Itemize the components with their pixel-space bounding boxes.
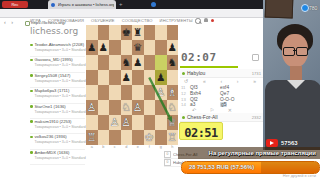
- subscriber-count: 57563: [281, 140, 298, 146]
- move-white[interactable]: Qf3: [190, 85, 220, 90]
- piece-white-r-a1: ♖: [86, 130, 98, 145]
- square-c2[interactable]: ♙: [109, 115, 121, 130]
- youtube-play-icon: [266, 139, 278, 147]
- square-b2[interactable]: [98, 115, 110, 130]
- lobby-seek-list: Teodor-Abramovich (2208)Товарищеская • 3…: [30, 42, 85, 165]
- move-nav-button-0[interactable]: ↺: [184, 78, 188, 84]
- glasses-right-lens: [296, 47, 308, 56]
- square-c6[interactable]: [109, 55, 121, 70]
- coord-h: h: [167, 145, 179, 149]
- move-row: 11Qf3exf4: [181, 85, 261, 91]
- seek-dot: [30, 151, 33, 154]
- move-black[interactable]: exf4: [220, 85, 250, 90]
- piece-black-q-e7: ♛: [132, 40, 144, 55]
- move-nav-button-1[interactable]: «: [203, 78, 206, 84]
- square-b4[interactable]: [98, 85, 110, 100]
- square-h3[interactable]: ♘: [167, 100, 179, 115]
- player-bottom-name[interactable]: Chess-For-All: [187, 114, 218, 120]
- piece-black-p-g5: ♟: [155, 70, 167, 85]
- square-a8[interactable]: [86, 25, 98, 40]
- square-a2[interactable]: [86, 115, 98, 130]
- donation-unfilled: [261, 162, 319, 173]
- seek-item[interactable]: Gavoora_MD (1995)Товарищеская • 3+0 • St…: [30, 57, 85, 72]
- piece-black-k-d8: ♚: [121, 25, 133, 40]
- coord-d: d: [121, 145, 133, 149]
- square-g4[interactable]: ♙: [155, 85, 167, 100]
- move-nav-buttons: ↺«‹›»: [184, 78, 256, 84]
- seek-player: volkov236 (1936): [35, 134, 67, 139]
- seek-player: Mapko6pa3 (1711): [35, 88, 70, 93]
- piece-black-p-d5: ♟: [121, 70, 133, 85]
- square-g7[interactable]: [155, 40, 167, 55]
- seek-dot: [30, 59, 33, 62]
- seek-details: Товарищеская • 3+0 • Standard: [35, 125, 86, 129]
- move-nav-button-2[interactable]: ‹: [220, 78, 222, 84]
- stream-banner: На регулярные прямые трансляции: [178, 147, 320, 159]
- player-top-rating: 1731: [252, 71, 261, 76]
- square-e1[interactable]: [132, 130, 144, 145]
- square-e5[interactable]: [132, 70, 144, 85]
- seek-player: Gavoora_MD (1995): [35, 57, 73, 62]
- square-f2[interactable]: [144, 115, 156, 130]
- piece-white-p-e3: ♙: [132, 100, 144, 115]
- nav-item-соревнования[interactable]: СОРЕВНОВАНИЯ: [48, 18, 84, 23]
- site-logo[interactable]: lichess.org: [30, 26, 78, 36]
- square-e4[interactable]: [132, 85, 144, 100]
- coord-c: c: [109, 145, 121, 149]
- square-g2[interactable]: [155, 115, 167, 130]
- webcam-overlay: 780 57563: [263, 0, 320, 150]
- player-row-top: Habylou 1731: [180, 69, 263, 78]
- seek-dot: [30, 44, 33, 47]
- square-g1[interactable]: [155, 130, 167, 145]
- square-d6[interactable]: ♞: [121, 55, 133, 70]
- move-number: 11: [181, 85, 190, 90]
- seek-dot: [30, 120, 33, 123]
- seek-dot: [30, 136, 33, 139]
- square-f5[interactable]: [144, 70, 156, 85]
- piece-white-p-c2: ♙: [109, 115, 121, 130]
- score-cell: 0: [164, 151, 171, 158]
- seek-item[interactable]: Mapko6pa3 (1711)Товарищеская • 3+0 • Sta…: [30, 88, 85, 103]
- square-b6[interactable]: [98, 55, 110, 70]
- chess-board: ♚♜♟♟♛♟♞♟♞♟♟♙♗♙♘♙♘♙♙♕♖♔♖: [86, 25, 178, 145]
- time-progress-bar: [180, 66, 238, 68]
- piece-black-r-e8: ♜: [132, 25, 144, 40]
- square-d2[interactable]: ♙: [121, 115, 133, 130]
- square-f3[interactable]: [144, 100, 156, 115]
- piece-black-n-h6: ♞: [167, 55, 179, 70]
- seek-details: Товарищеская • 3+0 • Standard: [35, 110, 86, 114]
- seek-item[interactable]: volkov236 (1936)Товарищеская • 3+0 • Sta…: [30, 134, 85, 149]
- online-dot: [182, 116, 185, 119]
- square-b7[interactable]: ♟: [98, 40, 110, 55]
- move-black[interactable]: O-O-O: [220, 97, 250, 102]
- square-d5[interactable]: ♟: [121, 70, 133, 85]
- square-a6[interactable]: [86, 55, 98, 70]
- coord-g: g: [155, 145, 167, 149]
- player-row-bottom: Chess-For-All 2332: [180, 113, 263, 122]
- square-h5[interactable]: [167, 70, 179, 85]
- player-top-name[interactable]: Habylou: [187, 70, 205, 76]
- piece-black-n-d6: ♞: [121, 55, 133, 70]
- tab-title: Играть в шахматы • lichess.org: [58, 2, 114, 7]
- move-list: 11Qf3exf412Bxh4Qe713Qf2O-O-O14a3g5: [181, 85, 261, 108]
- piece-white-r-h1: ♖: [167, 130, 179, 145]
- seek-item[interactable]: Sergey1508 (1547)Товарищеская • 3+0 • St…: [30, 73, 85, 88]
- move-row: 12Bxh4Qe7: [181, 91, 261, 97]
- square-b8[interactable]: [98, 25, 110, 40]
- stream-badge-count: 780: [309, 5, 317, 11]
- coord-f: f: [144, 145, 156, 149]
- square-f7[interactable]: [144, 40, 156, 55]
- square-b1[interactable]: [98, 130, 110, 145]
- square-e6[interactable]: ♟: [132, 55, 144, 70]
- seek-dot: [30, 105, 33, 108]
- recording-badge[interactable]: Rec: [2, 1, 28, 8]
- square-d1[interactable]: [121, 130, 133, 145]
- glasses-bridge: [293, 50, 296, 51]
- move-number: 12: [181, 91, 190, 96]
- seek-player: maksim1910 (2253): [35, 119, 72, 124]
- seek-details: Товарищеская • 3+0 • Standard: [35, 156, 86, 160]
- seek-details: Товарищеская • 3+0 • Standard: [35, 79, 86, 83]
- clock-top: 02:07: [181, 51, 217, 64]
- square-a3[interactable]: ♙: [86, 100, 98, 115]
- square-g8[interactable]: [155, 25, 167, 40]
- piece-black-p-e6: ♟: [132, 55, 144, 70]
- piece-white-b-h4: ♗: [167, 85, 179, 100]
- clock-bottom-active: 02:51: [179, 122, 223, 140]
- piece-white-p-a3: ♙: [86, 100, 98, 115]
- piece-black-p-b7: ♟: [98, 40, 110, 55]
- coord-b: b: [98, 145, 110, 149]
- nav-item-обучение[interactable]: ОБУЧЕНИЕ: [91, 18, 115, 23]
- back-forward-buttons[interactable]: ‹ ›: [4, 19, 15, 25]
- board-file-coordinates: abcdefgh: [86, 145, 178, 149]
- stream-badge-icon: [301, 4, 309, 12]
- seek-details: Товарищеская • 3+0 • Standard: [35, 63, 86, 67]
- move-white[interactable]: Bxh4: [190, 91, 220, 96]
- score-cell: 0: [164, 159, 171, 166]
- piece-white-n-h3: ♘: [167, 100, 179, 115]
- square-g5[interactable]: ♟: [155, 70, 167, 85]
- seek-player: StarOne1 (1636): [35, 104, 66, 109]
- site-nav: ИГРАСОРЕВНОВАНИЯОБУЧЕНИЕСООБЩЕСТВОИНСТРУ…: [30, 18, 193, 23]
- square-h6[interactable]: ♞: [167, 55, 179, 70]
- square-e8[interactable]: ♜: [132, 25, 144, 40]
- square-f6[interactable]: [144, 55, 156, 70]
- friends-status: Нет друзей в сети: [240, 173, 316, 178]
- piece-white-p-d2: ♙: [121, 115, 133, 130]
- nav-item-сообщество[interactable]: СООБЩЕСТВО: [122, 18, 153, 23]
- seek-dot: [30, 90, 33, 93]
- tab-favicon-icon: [51, 3, 55, 7]
- move-number: 13: [181, 97, 190, 102]
- square-a5[interactable]: [86, 70, 98, 85]
- nav-item-инструменты[interactable]: ИНСТРУМЕНТЫ: [160, 18, 193, 23]
- notification-dot: [211, 19, 214, 22]
- square-f1[interactable]: ♔: [144, 130, 156, 145]
- square-h1[interactable]: ♖: [167, 130, 179, 145]
- move-nav-button-4[interactable]: »: [253, 78, 256, 84]
- seek-details: Товарищеская • 3+0 • Standard: [35, 140, 86, 144]
- square-e7[interactable]: ♛: [132, 40, 144, 55]
- square-h7[interactable]: ♟: [167, 40, 179, 55]
- seek-details: Товарищеская • 3+0 • Standard: [35, 94, 86, 98]
- player-bottom-rating: 2332: [252, 115, 261, 120]
- move-nav-button-3[interactable]: ›: [237, 78, 239, 84]
- piece-black-p-a7: ♟: [86, 40, 98, 55]
- coord-a: a: [86, 145, 98, 149]
- square-f8[interactable]: [144, 25, 156, 40]
- square-h8[interactable]: [167, 25, 179, 40]
- seek-item[interactable]: AmberMDX (1636)Товарищеская • 3+0 • Stan…: [30, 150, 85, 165]
- square-d4[interactable]: [121, 85, 133, 100]
- square-b5[interactable]: [98, 70, 110, 85]
- online-dot: [182, 72, 185, 75]
- square-b3[interactable]: [98, 100, 110, 115]
- square-h4[interactable]: ♗: [167, 85, 179, 100]
- seek-dot: [30, 74, 33, 77]
- square-d7[interactable]: [121, 40, 133, 55]
- square-c8[interactable]: [109, 25, 121, 40]
- seek-player: Teodor-Abramovich (2208): [35, 42, 85, 47]
- tv-icon[interactable]: [252, 54, 259, 61]
- square-d8[interactable]: ♚: [121, 25, 133, 40]
- square-a4[interactable]: [86, 85, 98, 100]
- square-c4[interactable]: [109, 85, 121, 100]
- piece-white-k-f1: ♔: [144, 130, 156, 145]
- search-icon[interactable]: [195, 18, 201, 24]
- seek-item[interactable]: maksim1910 (2253)Товарищеская • 3+0 • St…: [30, 119, 85, 134]
- move-row: 13Qf2O-O-O: [181, 96, 261, 102]
- square-c3[interactable]: [109, 100, 121, 115]
- square-c1[interactable]: [109, 130, 121, 145]
- square-a7[interactable]: ♟: [86, 40, 98, 55]
- piece-white-q-h2: ♕: [167, 115, 179, 130]
- glasses-left-lens: [283, 47, 295, 56]
- move-black[interactable]: Qe7: [220, 91, 250, 96]
- seek-player: Sergey1508 (1547): [35, 73, 71, 78]
- move-number: 14: [181, 102, 190, 107]
- nav-item-игра[interactable]: ИГРА: [30, 18, 41, 23]
- square-g6[interactable]: [155, 55, 167, 70]
- wall-picture: [265, 0, 294, 18]
- seek-player: AmberMDX (1636): [35, 150, 70, 155]
- square-h2[interactable]: ♕: [167, 115, 179, 130]
- seek-item[interactable]: StarOne1 (1636)Товарищеская • 3+0 • Stan…: [30, 104, 85, 119]
- square-e2[interactable]: [132, 115, 144, 130]
- new-tab-button[interactable]: +: [119, 1, 123, 7]
- square-d3[interactable]: ♘: [121, 100, 133, 115]
- seek-item[interactable]: Teodor-Abramovich (2208)Товарищеская • 3…: [30, 42, 85, 57]
- pinned-tab-icon[interactable]: [151, 2, 156, 7]
- square-c7[interactable]: [109, 40, 121, 55]
- coord-e: e: [132, 145, 144, 149]
- stream-screenshot: Rec Играть в шахматы • lichess.org + ‹ ›…: [0, 0, 320, 180]
- piece-black-p-h7: ♟: [167, 40, 179, 55]
- move-white[interactable]: Qf2: [190, 97, 220, 102]
- seek-details: Товарищеская • 3+0 • Standard: [35, 48, 86, 52]
- piece-white-n-d3: ♘: [121, 100, 133, 115]
- square-f4[interactable]: [144, 85, 156, 100]
- bell-icon[interactable]: [204, 18, 208, 22]
- square-a1[interactable]: ♖: [86, 130, 98, 145]
- square-g3[interactable]: [155, 100, 167, 115]
- square-e3[interactable]: ♙: [132, 100, 144, 115]
- piece-white-p-g4: ♙: [155, 85, 167, 100]
- square-c5[interactable]: [109, 70, 121, 85]
